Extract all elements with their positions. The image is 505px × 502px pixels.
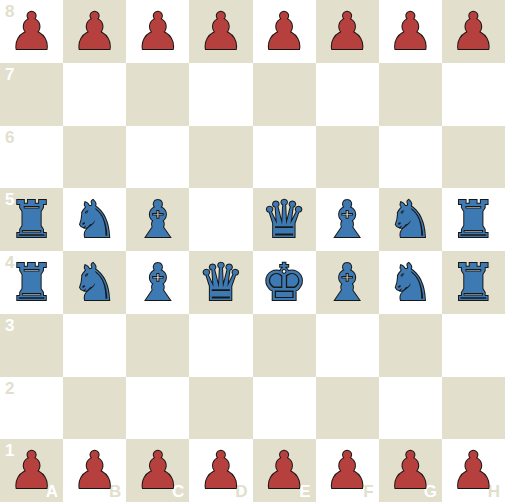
square-b7[interactable]	[63, 63, 126, 126]
chess-board: 8♟♟♟♟♟♟♟♟765♜♞♝♛♝♞♜4♜♞♝♛♚♝♞♜321A♟B♟C♟D♟E…	[0, 0, 505, 502]
blue-queen-e5[interactable]: ♛	[261, 194, 307, 245]
red-pawn-d1[interactable]: ♟	[198, 445, 244, 496]
square-d3[interactable]	[189, 314, 252, 377]
square-g8[interactable]: ♟	[379, 0, 442, 63]
red-pawn-a8[interactable]: ♟	[9, 6, 55, 57]
square-h7[interactable]	[442, 63, 505, 126]
rank-label-7: 7	[5, 66, 14, 83]
square-c6[interactable]	[126, 126, 189, 189]
red-pawn-a1[interactable]: ♟	[9, 445, 55, 496]
square-a5[interactable]: 5♜	[0, 188, 63, 251]
blue-rook-h5[interactable]: ♜	[451, 194, 497, 245]
square-c4[interactable]: ♝	[126, 251, 189, 314]
blue-rook-h4[interactable]: ♜	[451, 257, 497, 308]
square-d4[interactable]: ♛	[189, 251, 252, 314]
red-pawn-c8[interactable]: ♟	[135, 6, 181, 57]
square-d1[interactable]: D♟	[189, 439, 252, 502]
square-g3[interactable]	[379, 314, 442, 377]
square-e5[interactable]: ♛	[253, 188, 316, 251]
square-a8[interactable]: 8♟	[0, 0, 63, 63]
square-g5[interactable]: ♞	[379, 188, 442, 251]
blue-bishop-c5[interactable]: ♝	[135, 194, 181, 245]
square-f4[interactable]: ♝	[316, 251, 379, 314]
square-c1[interactable]: C♟	[126, 439, 189, 502]
square-e4[interactable]: ♚	[253, 251, 316, 314]
blue-rook-a4[interactable]: ♜	[9, 257, 55, 308]
red-pawn-e1[interactable]: ♟	[261, 445, 307, 496]
square-g2[interactable]	[379, 377, 442, 440]
red-pawn-b8[interactable]: ♟	[72, 6, 118, 57]
square-a4[interactable]: 4♜	[0, 251, 63, 314]
square-g6[interactable]	[379, 126, 442, 189]
square-f2[interactable]	[316, 377, 379, 440]
square-a1[interactable]: 1A♟	[0, 439, 63, 502]
square-b5[interactable]: ♞	[63, 188, 126, 251]
red-pawn-e8[interactable]: ♟	[261, 6, 307, 57]
red-pawn-c1[interactable]: ♟	[135, 445, 181, 496]
blue-knight-g4[interactable]: ♞	[387, 257, 433, 308]
square-f5[interactable]: ♝	[316, 188, 379, 251]
square-a3[interactable]: 3	[0, 314, 63, 377]
square-d5[interactable]	[189, 188, 252, 251]
square-a6[interactable]: 6	[0, 126, 63, 189]
red-pawn-g8[interactable]: ♟	[387, 6, 433, 57]
red-pawn-d8[interactable]: ♟	[198, 6, 244, 57]
red-pawn-b1[interactable]: ♟	[72, 445, 118, 496]
square-e6[interactable]	[253, 126, 316, 189]
red-pawn-h8[interactable]: ♟	[451, 6, 497, 57]
square-f7[interactable]	[316, 63, 379, 126]
red-pawn-h1[interactable]: ♟	[451, 445, 497, 496]
blue-queen-d4[interactable]: ♛	[198, 257, 244, 308]
blue-knight-b4[interactable]: ♞	[72, 257, 118, 308]
square-f3[interactable]	[316, 314, 379, 377]
square-c2[interactable]	[126, 377, 189, 440]
square-h3[interactable]	[442, 314, 505, 377]
square-c7[interactable]	[126, 63, 189, 126]
blue-knight-b5[interactable]: ♞	[72, 194, 118, 245]
red-pawn-f1[interactable]: ♟	[324, 445, 370, 496]
square-b6[interactable]	[63, 126, 126, 189]
square-h1[interactable]: H♟	[442, 439, 505, 502]
blue-knight-g5[interactable]: ♞	[387, 194, 433, 245]
blue-bishop-f4[interactable]: ♝	[324, 257, 370, 308]
square-h5[interactable]: ♜	[442, 188, 505, 251]
square-b3[interactable]	[63, 314, 126, 377]
square-h2[interactable]	[442, 377, 505, 440]
square-c3[interactable]	[126, 314, 189, 377]
square-g4[interactable]: ♞	[379, 251, 442, 314]
square-h8[interactable]: ♟	[442, 0, 505, 63]
rank-label-3: 3	[5, 317, 14, 334]
square-d8[interactable]: ♟	[189, 0, 252, 63]
square-b1[interactable]: B♟	[63, 439, 126, 502]
square-d6[interactable]	[189, 126, 252, 189]
square-f1[interactable]: F♟	[316, 439, 379, 502]
blue-bishop-f5[interactable]: ♝	[324, 194, 370, 245]
red-pawn-g1[interactable]: ♟	[387, 445, 433, 496]
blue-rook-a5[interactable]: ♜	[9, 194, 55, 245]
square-e8[interactable]: ♟	[253, 0, 316, 63]
red-pawn-f8[interactable]: ♟	[324, 6, 370, 57]
square-b4[interactable]: ♞	[63, 251, 126, 314]
square-a7[interactable]: 7	[0, 63, 63, 126]
square-a2[interactable]: 2	[0, 377, 63, 440]
square-h6[interactable]	[442, 126, 505, 189]
square-e3[interactable]	[253, 314, 316, 377]
square-b2[interactable]	[63, 377, 126, 440]
square-f6[interactable]	[316, 126, 379, 189]
square-d2[interactable]	[189, 377, 252, 440]
square-e1[interactable]: E♟	[253, 439, 316, 502]
square-c5[interactable]: ♝	[126, 188, 189, 251]
square-g7[interactable]	[379, 63, 442, 126]
blue-king-e4[interactable]: ♚	[261, 257, 307, 308]
square-e7[interactable]	[253, 63, 316, 126]
square-d7[interactable]	[189, 63, 252, 126]
square-e2[interactable]	[253, 377, 316, 440]
blue-bishop-c4[interactable]: ♝	[135, 257, 181, 308]
rank-label-2: 2	[5, 380, 14, 397]
square-g1[interactable]: G♟	[379, 439, 442, 502]
rank-label-6: 6	[5, 129, 14, 146]
square-c8[interactable]: ♟	[126, 0, 189, 63]
square-h4[interactable]: ♜	[442, 251, 505, 314]
square-f8[interactable]: ♟	[316, 0, 379, 63]
square-b8[interactable]: ♟	[63, 0, 126, 63]
